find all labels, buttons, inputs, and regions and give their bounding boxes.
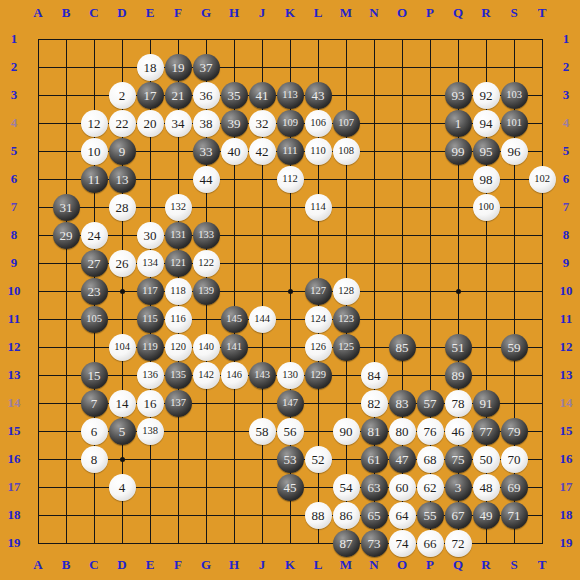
- stone-S4-move-101: 101: [501, 110, 528, 137]
- stone-S17-move-69: 69: [501, 474, 528, 501]
- stone-L16-move-52: 52: [305, 446, 332, 473]
- move-number: 81: [368, 425, 381, 438]
- move-number: 72: [452, 537, 465, 550]
- stone-L4-move-106: 106: [305, 110, 332, 137]
- column-label-bottom-K[interactable]: K: [285, 557, 295, 573]
- move-number: 66: [424, 537, 437, 550]
- stone-L10-move-127: 127: [305, 278, 332, 305]
- star-point-D10: [120, 289, 125, 294]
- move-number: 30: [144, 229, 157, 242]
- stone-S15-move-79: 79: [501, 418, 528, 445]
- column-label-bottom-L[interactable]: L: [314, 557, 323, 573]
- move-number: 98: [480, 173, 493, 186]
- stone-L3-move-43: 43: [305, 82, 332, 109]
- stone-K16-move-53: 53: [277, 446, 304, 473]
- column-label-bottom-H[interactable]: H: [229, 557, 239, 573]
- move-number: 130: [282, 370, 298, 381]
- row-label-left-7[interactable]: 7: [11, 199, 18, 215]
- stone-M18-move-86: 86: [333, 502, 360, 529]
- stone-M19-move-87: 87: [333, 530, 360, 557]
- stone-D9-move-26: 26: [109, 250, 136, 277]
- move-number: 118: [170, 286, 185, 297]
- move-number: 76: [424, 425, 437, 438]
- row-label-right-19[interactable]: 19: [560, 535, 573, 551]
- row-label-right-11[interactable]: 11: [560, 311, 572, 327]
- stone-C11-move-105: 105: [81, 306, 108, 333]
- move-number: 4: [119, 481, 126, 494]
- stone-P17-move-62: 62: [417, 474, 444, 501]
- move-number: 122: [198, 258, 214, 269]
- stone-E12-move-119: 119: [137, 334, 164, 361]
- row-label-left-15[interactable]: 15: [8, 423, 21, 439]
- move-number: 49: [480, 509, 493, 522]
- column-label-top-R[interactable]: R: [481, 5, 490, 21]
- move-number: 101: [506, 118, 522, 129]
- star-point-D16: [120, 457, 125, 462]
- stone-F10-move-118: 118: [165, 278, 192, 305]
- row-label-right-2[interactable]: 2: [563, 59, 570, 75]
- stone-O14-move-83: 83: [389, 390, 416, 417]
- move-number: 19: [172, 61, 185, 74]
- column-label-top-E[interactable]: E: [146, 5, 155, 21]
- stone-R14-move-91: 91: [473, 390, 500, 417]
- stone-N19-move-73: 73: [361, 530, 388, 557]
- move-number: 55: [424, 509, 437, 522]
- stone-D15-move-5: 5: [109, 418, 136, 445]
- move-number: 5: [119, 425, 126, 438]
- move-number: 129: [310, 370, 326, 381]
- stone-K6-move-112: 112: [277, 166, 304, 193]
- column-label-bottom-R[interactable]: R: [481, 557, 490, 573]
- move-number: 35: [228, 89, 241, 102]
- move-number: 127: [310, 286, 326, 297]
- move-number: 15: [88, 369, 101, 382]
- move-number: 57: [424, 397, 437, 410]
- stone-L12-move-126: 126: [305, 334, 332, 361]
- move-number: 144: [254, 314, 270, 325]
- stone-K15-move-56: 56: [277, 418, 304, 445]
- row-label-right-1[interactable]: 1: [563, 31, 570, 47]
- stone-O12-move-85: 85: [389, 334, 416, 361]
- move-number: 136: [142, 370, 158, 381]
- move-number: 17: [144, 89, 157, 102]
- stone-Q14-move-78: 78: [445, 390, 472, 417]
- stone-R4-move-94: 94: [473, 110, 500, 137]
- stone-H3-move-35: 35: [221, 82, 248, 109]
- stone-E15-move-138: 138: [137, 418, 164, 445]
- row-label-right-7[interactable]: 7: [563, 199, 570, 215]
- row-label-left-17[interactable]: 17: [8, 479, 21, 495]
- stone-J3-move-41: 41: [249, 82, 276, 109]
- move-number: 128: [338, 286, 354, 297]
- stone-F8-move-131: 131: [165, 222, 192, 249]
- move-number: 67: [452, 509, 465, 522]
- stone-K17-move-45: 45: [277, 474, 304, 501]
- column-label-top-C[interactable]: C: [89, 5, 98, 21]
- column-label-bottom-E[interactable]: E: [146, 557, 155, 573]
- row-label-left-2[interactable]: 2: [11, 59, 18, 75]
- move-number: 71: [508, 509, 521, 522]
- move-number: 134: [142, 258, 158, 269]
- stone-R6-move-98: 98: [473, 166, 500, 193]
- row-label-left-4[interactable]: 4: [11, 115, 18, 131]
- row-label-left-13[interactable]: 13: [8, 367, 21, 383]
- move-number: 48: [480, 481, 493, 494]
- stone-Q5-move-99: 99: [445, 138, 472, 165]
- column-label-bottom-B[interactable]: B: [62, 557, 71, 573]
- row-label-right-8[interactable]: 8: [563, 227, 570, 243]
- column-label-top-L[interactable]: L: [314, 5, 323, 21]
- move-number: 73: [368, 537, 381, 550]
- move-number: 43: [312, 89, 325, 102]
- move-number: 40: [228, 145, 241, 158]
- move-number: 110: [310, 146, 325, 157]
- stone-R15-move-77: 77: [473, 418, 500, 445]
- stone-K13-move-130: 130: [277, 362, 304, 389]
- stone-C5-move-10: 10: [81, 138, 108, 165]
- move-number: 102: [534, 174, 550, 185]
- column-label-top-H[interactable]: H: [229, 5, 239, 21]
- stone-Q19-move-72: 72: [445, 530, 472, 557]
- stone-S12-move-59: 59: [501, 334, 528, 361]
- move-number: 107: [338, 118, 354, 129]
- move-number: 124: [310, 314, 326, 325]
- stone-C8-move-24: 24: [81, 222, 108, 249]
- stone-M17-move-54: 54: [333, 474, 360, 501]
- column-label-top-S[interactable]: S: [510, 5, 517, 21]
- move-number: 90: [340, 425, 353, 438]
- move-number: 58: [256, 425, 269, 438]
- stone-G6-move-44: 44: [193, 166, 220, 193]
- move-number: 93: [452, 89, 465, 102]
- stone-C6-move-11: 11: [81, 166, 108, 193]
- stone-M15-move-90: 90: [333, 418, 360, 445]
- stone-S5-move-96: 96: [501, 138, 528, 165]
- move-number: 59: [508, 341, 521, 354]
- stone-Q12-move-51: 51: [445, 334, 472, 361]
- move-number: 126: [310, 342, 326, 353]
- stone-D3-move-2: 2: [109, 82, 136, 109]
- column-label-top-P[interactable]: P: [426, 5, 434, 21]
- stone-P16-move-68: 68: [417, 446, 444, 473]
- stone-C9-move-27: 27: [81, 250, 108, 277]
- stone-N14-move-82: 82: [361, 390, 388, 417]
- stone-F3-move-21: 21: [165, 82, 192, 109]
- column-label-top-F[interactable]: F: [174, 5, 182, 21]
- stone-E10-move-117: 117: [137, 278, 164, 305]
- column-label-top-A[interactable]: A: [33, 5, 42, 21]
- stone-G13-move-142: 142: [193, 362, 220, 389]
- stone-F14-move-137: 137: [165, 390, 192, 417]
- column-label-top-T[interactable]: T: [538, 5, 547, 21]
- row-label-left-5[interactable]: 5: [11, 143, 18, 159]
- stone-N16-move-61: 61: [361, 446, 388, 473]
- move-number: 117: [142, 286, 157, 297]
- star-point-K10: [288, 289, 293, 294]
- stone-G10-move-139: 139: [193, 278, 220, 305]
- row-label-right-3[interactable]: 3: [563, 87, 570, 103]
- stone-Q13-move-89: 89: [445, 362, 472, 389]
- move-number: 10: [88, 145, 101, 158]
- move-number: 53: [284, 453, 297, 466]
- move-number: 77: [480, 425, 493, 438]
- move-number: 33: [200, 145, 213, 158]
- stone-D4-move-22: 22: [109, 110, 136, 137]
- row-label-left-16[interactable]: 16: [8, 451, 21, 467]
- column-label-bottom-D[interactable]: D: [117, 557, 126, 573]
- move-number: 83: [396, 397, 409, 410]
- stone-F12-move-120: 120: [165, 334, 192, 361]
- move-number: 131: [170, 230, 186, 241]
- stone-L7-move-114: 114: [305, 194, 332, 221]
- row-label-left-9[interactable]: 9: [11, 255, 18, 271]
- column-label-top-O[interactable]: O: [397, 5, 407, 21]
- column-label-top-Q[interactable]: Q: [453, 5, 463, 21]
- row-label-right-5[interactable]: 5: [563, 143, 570, 159]
- move-number: 104: [114, 342, 130, 353]
- stone-J4-move-32: 32: [249, 110, 276, 137]
- column-label-bottom-G[interactable]: G: [201, 557, 211, 573]
- column-label-bottom-Q[interactable]: Q: [453, 557, 463, 573]
- row-label-right-6[interactable]: 6: [563, 171, 570, 187]
- stone-F4-move-34: 34: [165, 110, 192, 137]
- move-number: 91: [480, 397, 493, 410]
- stone-O17-move-60: 60: [389, 474, 416, 501]
- move-number: 142: [198, 370, 214, 381]
- row-label-left-10[interactable]: 10: [8, 283, 21, 299]
- move-number: 8: [91, 453, 98, 466]
- move-number: 2: [119, 89, 126, 102]
- stone-Q17-move-3: 3: [445, 474, 472, 501]
- stone-S16-move-70: 70: [501, 446, 528, 473]
- move-number: 95: [480, 145, 493, 158]
- column-label-bottom-A[interactable]: A: [33, 557, 42, 573]
- stone-P14-move-57: 57: [417, 390, 444, 417]
- move-number: 36: [200, 89, 213, 102]
- stone-M12-move-125: 125: [333, 334, 360, 361]
- stone-N17-move-63: 63: [361, 474, 388, 501]
- move-number: 86: [340, 509, 353, 522]
- stone-D5-move-9: 9: [109, 138, 136, 165]
- stone-P18-move-55: 55: [417, 502, 444, 529]
- move-number: 56: [284, 425, 297, 438]
- move-number: 123: [338, 314, 354, 325]
- stone-G12-move-140: 140: [193, 334, 220, 361]
- stone-D7-move-28: 28: [109, 194, 136, 221]
- move-number: 105: [86, 314, 102, 325]
- move-number: 7: [91, 397, 98, 410]
- move-number: 70: [508, 453, 521, 466]
- stone-J13-move-143: 143: [249, 362, 276, 389]
- row-label-right-10[interactable]: 10: [560, 283, 573, 299]
- row-label-right-15[interactable]: 15: [560, 423, 573, 439]
- move-number: 84: [368, 369, 381, 382]
- move-number: 114: [310, 202, 325, 213]
- stone-H4-move-39: 39: [221, 110, 248, 137]
- move-number: 11: [88, 173, 101, 186]
- move-number: 23: [88, 285, 101, 298]
- move-number: 6: [91, 425, 98, 438]
- move-number: 29: [60, 229, 73, 242]
- move-number: 60: [396, 481, 409, 494]
- stone-F11-move-116: 116: [165, 306, 192, 333]
- stone-Q15-move-46: 46: [445, 418, 472, 445]
- move-number: 63: [368, 481, 381, 494]
- stone-M5-move-108: 108: [333, 138, 360, 165]
- move-number: 39: [228, 117, 241, 130]
- move-number: 116: [170, 314, 185, 325]
- stone-K5-move-111: 111: [277, 138, 304, 165]
- column-label-top-K[interactable]: K: [285, 5, 295, 21]
- move-number: 87: [340, 537, 353, 550]
- column-label-bottom-P[interactable]: P: [426, 557, 434, 573]
- column-label-bottom-T[interactable]: T: [538, 557, 547, 573]
- stone-F2-move-19: 19: [165, 54, 192, 81]
- row-label-right-18[interactable]: 18: [560, 507, 573, 523]
- move-number: 82: [368, 397, 381, 410]
- stone-G8-move-133: 133: [193, 222, 220, 249]
- move-number: 137: [170, 398, 186, 409]
- stone-D12-move-104: 104: [109, 334, 136, 361]
- row-label-left-11[interactable]: 11: [8, 311, 20, 327]
- stone-L5-move-110: 110: [305, 138, 332, 165]
- move-number: 32: [256, 117, 269, 130]
- stone-T6-move-102: 102: [529, 166, 556, 193]
- row-label-left-3[interactable]: 3: [11, 87, 18, 103]
- move-number: 80: [396, 425, 409, 438]
- column-label-top-J[interactable]: J: [259, 5, 266, 21]
- stone-L13-move-129: 129: [305, 362, 332, 389]
- move-number: 14: [116, 397, 129, 410]
- column-label-top-G[interactable]: G: [201, 5, 211, 21]
- stone-E13-move-136: 136: [137, 362, 164, 389]
- stone-P15-move-76: 76: [417, 418, 444, 445]
- row-label-left-19[interactable]: 19: [8, 535, 21, 551]
- move-number: 38: [200, 117, 213, 130]
- stone-E2-move-18: 18: [137, 54, 164, 81]
- move-number: 140: [198, 342, 214, 353]
- stone-R18-move-49: 49: [473, 502, 500, 529]
- stone-F13-move-135: 135: [165, 362, 192, 389]
- move-number: 27: [88, 257, 101, 270]
- move-number: 145: [226, 314, 242, 325]
- stone-H12-move-141: 141: [221, 334, 248, 361]
- stone-B7-move-31: 31: [53, 194, 80, 221]
- move-number: 100: [478, 202, 494, 213]
- column-label-bottom-J[interactable]: J: [259, 557, 266, 573]
- stone-R17-move-48: 48: [473, 474, 500, 501]
- move-number: 62: [424, 481, 437, 494]
- move-number: 12: [88, 117, 101, 130]
- stone-C14-move-7: 7: [81, 390, 108, 417]
- stone-L18-move-88: 88: [305, 502, 332, 529]
- move-number: 41: [256, 89, 269, 102]
- stone-G2-move-37: 37: [193, 54, 220, 81]
- move-number: 3: [455, 481, 462, 494]
- move-number: 50: [480, 453, 493, 466]
- column-label-top-N[interactable]: N: [369, 5, 378, 21]
- move-number: 120: [170, 342, 186, 353]
- stone-M11-move-123: 123: [333, 306, 360, 333]
- stone-G9-move-122: 122: [193, 250, 220, 277]
- row-label-left-1[interactable]: 1: [11, 31, 18, 47]
- row-label-right-17[interactable]: 17: [560, 479, 573, 495]
- move-number: 138: [142, 426, 158, 437]
- move-number: 146: [226, 370, 242, 381]
- move-number: 61: [368, 453, 381, 466]
- move-number: 94: [480, 117, 493, 130]
- stone-O18-move-64: 64: [389, 502, 416, 529]
- move-number: 99: [452, 145, 465, 158]
- move-number: 96: [508, 145, 521, 158]
- stone-E3-move-17: 17: [137, 82, 164, 109]
- stone-N15-move-81: 81: [361, 418, 388, 445]
- stone-R5-move-95: 95: [473, 138, 500, 165]
- move-number: 51: [452, 341, 465, 354]
- column-label-bottom-S[interactable]: S: [510, 557, 517, 573]
- stone-C10-move-23: 23: [81, 278, 108, 305]
- row-label-left-8[interactable]: 8: [11, 227, 18, 243]
- stone-K4-move-109: 109: [277, 110, 304, 137]
- stone-E11-move-115: 115: [137, 306, 164, 333]
- move-number: 44: [200, 173, 213, 186]
- column-label-bottom-M[interactable]: M: [340, 557, 352, 573]
- stone-D17-move-4: 4: [109, 474, 136, 501]
- move-number: 133: [198, 230, 214, 241]
- stone-S18-move-71: 71: [501, 502, 528, 529]
- stone-Q18-move-67: 67: [445, 502, 472, 529]
- row-label-left-14[interactable]: 14: [8, 395, 21, 411]
- move-number: 111: [283, 146, 298, 157]
- column-label-bottom-C[interactable]: C: [89, 557, 98, 573]
- column-label-bottom-F[interactable]: F: [174, 557, 182, 573]
- move-number: 24: [88, 229, 101, 242]
- row-label-left-18[interactable]: 18: [8, 507, 21, 523]
- column-label-top-M[interactable]: M: [340, 5, 352, 21]
- row-label-right-14[interactable]: 14: [560, 395, 573, 411]
- column-label-top-D[interactable]: D: [117, 5, 126, 21]
- move-number: 108: [338, 146, 354, 157]
- column-label-top-B[interactable]: B: [62, 5, 71, 21]
- move-number: 141: [226, 342, 242, 353]
- move-number: 92: [480, 89, 493, 102]
- column-label-bottom-N[interactable]: N: [369, 557, 378, 573]
- row-label-right-12[interactable]: 12: [560, 339, 573, 355]
- stone-F7-move-132: 132: [165, 194, 192, 221]
- stone-R7-move-100: 100: [473, 194, 500, 221]
- move-number: 106: [310, 118, 326, 129]
- stone-Q16-move-75: 75: [445, 446, 472, 473]
- stone-J15-move-58: 58: [249, 418, 276, 445]
- row-label-left-6[interactable]: 6: [11, 171, 18, 187]
- move-number: 112: [282, 174, 297, 185]
- row-label-right-13[interactable]: 13: [560, 367, 573, 383]
- row-label-right-4[interactable]: 4: [563, 115, 570, 131]
- move-number: 46: [452, 425, 465, 438]
- stone-H5-move-40: 40: [221, 138, 248, 165]
- column-label-bottom-O[interactable]: O: [397, 557, 407, 573]
- move-number: 37: [200, 61, 213, 74]
- move-number: 143: [254, 370, 270, 381]
- row-label-left-12[interactable]: 12: [8, 339, 21, 355]
- move-number: 89: [452, 369, 465, 382]
- row-label-right-16[interactable]: 16: [560, 451, 573, 467]
- move-number: 78: [452, 397, 465, 410]
- row-label-right-9[interactable]: 9: [563, 255, 570, 271]
- move-number: 65: [368, 509, 381, 522]
- move-number: 79: [508, 425, 521, 438]
- move-number: 13: [116, 173, 129, 186]
